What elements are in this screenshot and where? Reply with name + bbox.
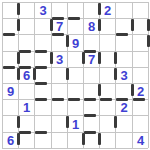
cell-r6c9[interactable]: 2	[133, 84, 148, 99]
cell-r6c6[interactable]	[84, 84, 99, 99]
cell-r8c4[interactable]	[52, 116, 67, 132]
cell-r5c2[interactable]: 6	[19, 68, 34, 83]
cell-r9c6[interactable]	[84, 133, 99, 148]
wall-vertical-r5-after-c4	[66, 68, 69, 80]
cell-r8c7[interactable]	[100, 116, 115, 132]
wall-vertical-r3-after-c4	[66, 35, 69, 47]
cell-r4c4[interactable]: 3	[52, 52, 67, 67]
wall-horizontal-after-r3-c2	[19, 50, 31, 53]
wall-vertical-r6-after-c8	[131, 84, 134, 96]
cell-r5c1[interactable]	[3, 68, 18, 83]
cell-r4c2[interactable]	[19, 52, 34, 67]
cell-r6c5[interactable]	[68, 84, 83, 99]
cell-r3c2[interactable]	[19, 35, 34, 51]
cell-r9c4[interactable]	[52, 133, 67, 148]
cell-r2c7[interactable]	[100, 19, 115, 34]
wall-vertical-r2-after-c1	[17, 19, 20, 31]
cell-r2c5[interactable]	[68, 19, 83, 34]
wall-horizontal-after-r6-c8	[116, 98, 128, 101]
cell-r8c3[interactable]	[35, 116, 51, 132]
cell-r5c8[interactable]: 3	[116, 68, 132, 83]
cell-r3c3[interactable]	[35, 35, 51, 51]
given-digit: 4	[137, 134, 144, 147]
cell-r1c9[interactable]	[133, 3, 148, 18]
cell-r6c7[interactable]	[100, 84, 115, 99]
wall-horizontal-after-r8-c3	[35, 131, 47, 134]
cell-r6c3[interactable]	[35, 84, 51, 99]
given-digit: 2	[137, 85, 144, 98]
cell-r1c5[interactable]	[68, 3, 83, 18]
cell-r2c4[interactable]: 7	[52, 19, 67, 34]
cell-r8c5[interactable]: 1	[68, 116, 83, 132]
cell-r3c6[interactable]	[84, 35, 99, 51]
wall-vertical-r5-after-c2	[33, 68, 36, 80]
cell-r9c5[interactable]	[68, 133, 83, 148]
cell-r6c1[interactable]: 9	[3, 84, 18, 99]
cell-r2c3[interactable]	[35, 19, 51, 34]
cell-r5c6[interactable]	[84, 68, 99, 83]
given-digit: 9	[7, 85, 14, 98]
wall-vertical-r2-after-c8	[131, 19, 134, 31]
wall-vertical-r2-after-c9	[147, 19, 150, 31]
wall-horizontal-after-r6-c6	[84, 98, 96, 101]
cell-r9c9[interactable]: 4	[133, 133, 148, 148]
cell-r7c2[interactable]: 1	[19, 100, 34, 115]
wall-horizontal-after-r3-c6	[84, 50, 96, 53]
wall-vertical-r3-after-c9	[147, 35, 150, 47]
wall-horizontal-after-r2-c1	[3, 33, 15, 36]
wall-horizontal-after-r6-c3	[35, 98, 47, 101]
wall-vertical-r4-after-c3	[50, 52, 53, 64]
cell-r4c7[interactable]	[100, 52, 115, 67]
cell-r1c4[interactable]	[52, 3, 67, 18]
wall-vertical-r2-after-c6	[98, 19, 101, 31]
cell-r7c9[interactable]	[133, 100, 148, 115]
wall-vertical-r1-after-c1	[17, 3, 20, 15]
wall-vertical-r8-after-c1	[17, 116, 20, 128]
cell-r7c3[interactable]	[35, 100, 51, 115]
wall-vertical-r1-after-c6	[98, 3, 101, 15]
given-digit: 3	[56, 53, 63, 66]
wall-horizontal-after-r6-c5	[68, 98, 80, 101]
cell-r6c4[interactable]	[52, 84, 67, 99]
wall-horizontal-after-r4-c1	[3, 66, 15, 69]
cell-r5c7[interactable]	[100, 68, 115, 83]
given-digit: 1	[72, 118, 79, 131]
wall-horizontal-after-r6-c7	[100, 98, 112, 101]
cell-r7c7[interactable]	[100, 100, 115, 115]
wall-vertical-r8-after-c7	[114, 116, 117, 128]
cell-r9c1[interactable]: 6	[3, 133, 18, 148]
wall-vertical-r6-after-c6	[98, 84, 101, 96]
cell-r7c5[interactable]	[68, 100, 83, 115]
wall-horizontal-after-r5-c3	[35, 82, 47, 85]
given-digit: 8	[88, 20, 95, 33]
given-digit: 2	[120, 101, 127, 114]
cell-r9c3[interactable]	[35, 133, 51, 148]
wall-horizontal-after-r2-c4	[52, 33, 64, 36]
cell-r8c1[interactable]	[3, 116, 18, 132]
cell-r7c6[interactable]	[84, 100, 99, 115]
cell-r4c8[interactable]	[116, 52, 132, 67]
cell-r8c6[interactable]	[84, 116, 99, 132]
cell-r7c1[interactable]	[3, 100, 18, 115]
wall-vertical-r8-after-c4	[66, 116, 69, 128]
wall-horizontal-after-r8-c2	[19, 131, 31, 134]
cell-r3c4[interactable]	[52, 35, 67, 51]
wall-vertical-r4-after-c6	[98, 52, 101, 64]
wall-vertical-r5-after-c1	[17, 68, 20, 80]
wall-vertical-r4-after-c7	[114, 52, 117, 64]
given-digit: 7	[56, 20, 63, 33]
cell-r1c2[interactable]	[19, 3, 34, 18]
given-digit: 1	[23, 101, 30, 114]
wall-horizontal-after-r7-c6	[84, 114, 96, 117]
cell-r9c2[interactable]	[19, 133, 34, 148]
sudoku-board: 3278937639212164	[0, 0, 150, 150]
cell-r4c5[interactable]	[68, 52, 83, 67]
cell-r1c7[interactable]: 2	[100, 3, 115, 18]
cell-r3c8[interactable]	[116, 35, 132, 51]
wall-vertical-r5-after-c7	[114, 68, 117, 80]
wall-horizontal-after-r2-c8	[116, 33, 128, 36]
wall-vertical-r4-after-c1	[17, 52, 20, 64]
wall-horizontal-after-r4-c2	[19, 66, 31, 69]
wall-vertical-r9-after-c1	[17, 133, 20, 145]
cell-r2c9[interactable]	[133, 19, 148, 34]
cell-r2c1[interactable]	[3, 19, 18, 34]
wall-horizontal-after-r1-c5	[68, 17, 80, 20]
cell-r3c1[interactable]	[3, 35, 18, 51]
given-digit: 9	[72, 37, 79, 50]
given-digit: 3	[120, 69, 127, 82]
wall-horizontal-after-r3-c3	[35, 50, 47, 53]
cell-r7c4[interactable]	[52, 100, 67, 115]
wall-horizontal-after-r8-c6	[84, 131, 96, 134]
wall-vertical-r9-after-c5	[82, 133, 85, 145]
cell-r2c6[interactable]: 8	[84, 19, 99, 34]
grid-line-horizontal	[2, 148, 148, 149]
cell-r5c3[interactable]	[35, 68, 51, 83]
cell-r4c1[interactable]	[3, 52, 18, 67]
wall-vertical-r2-after-c3	[50, 19, 53, 31]
cell-r2c8[interactable]	[116, 19, 132, 34]
cell-r1c3[interactable]: 3	[35, 3, 51, 18]
cell-r6c2[interactable]	[19, 84, 34, 99]
given-digit: 6	[7, 134, 14, 147]
cell-r4c6[interactable]: 7	[84, 52, 99, 67]
cell-r7c8[interactable]: 2	[116, 100, 132, 115]
given-digit: 7	[88, 53, 95, 66]
cell-r1c1[interactable]	[3, 3, 18, 18]
cell-r9c8[interactable]	[116, 133, 132, 148]
cell-r6c8[interactable]	[116, 84, 132, 99]
wall-vertical-r9-after-c6	[98, 133, 101, 145]
wall-vertical-r4-after-c5	[82, 52, 85, 64]
cell-r4c9[interactable]	[133, 52, 148, 67]
wall-horizontal-after-r1-c4	[52, 17, 64, 20]
given-digit: 2	[104, 4, 111, 17]
cell-r8c9[interactable]	[133, 116, 148, 132]
given-digit: 6	[23, 69, 30, 82]
cell-r5c5[interactable]	[68, 68, 83, 83]
cell-r9c7[interactable]	[100, 133, 115, 148]
cell-r3c7[interactable]	[100, 35, 115, 51]
cell-r3c5[interactable]: 9	[68, 35, 83, 51]
wall-horizontal-after-r6-c9	[133, 98, 145, 101]
cell-r1c6[interactable]	[84, 3, 99, 18]
cell-r2c2[interactable]	[19, 19, 34, 34]
wall-horizontal-after-r4-c3	[35, 66, 47, 69]
cell-r8c2[interactable]	[19, 116, 34, 132]
cell-r3c9[interactable]	[133, 35, 148, 51]
wall-horizontal-after-r6-c4	[52, 98, 64, 101]
cell-r5c4[interactable]	[52, 68, 67, 83]
cell-r4c3[interactable]	[35, 52, 51, 67]
cell-r8c8[interactable]	[116, 116, 132, 132]
cell-r1c8[interactable]	[116, 3, 132, 18]
given-digit: 3	[39, 4, 46, 17]
cell-r5c9[interactable]	[133, 68, 148, 83]
